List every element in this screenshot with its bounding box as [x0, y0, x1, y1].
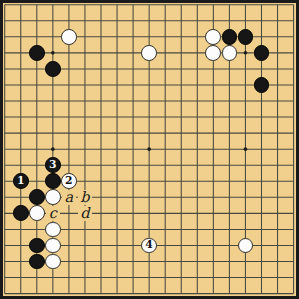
- point-label-text: b: [80, 190, 89, 205]
- point-label-text: d: [80, 206, 89, 221]
- white-stone: [45, 222, 61, 238]
- board-intersection: [221, 45, 237, 61]
- board-intersection: [29, 253, 45, 269]
- point-label-c: c: [46, 206, 61, 221]
- black-stone: [29, 189, 45, 205]
- board-intersection: 3: [45, 157, 61, 173]
- point-label-d: d: [78, 206, 93, 221]
- board-intersection: [29, 237, 45, 253]
- board-intersection: [205, 45, 221, 61]
- point-label-a: a: [62, 190, 77, 205]
- white-stone: [61, 29, 77, 45]
- move-number: 3: [49, 159, 57, 170]
- black-stone: [254, 77, 270, 93]
- board-intersection: [45, 173, 61, 189]
- white-stone: [29, 205, 45, 221]
- black-stone: [29, 238, 45, 254]
- black-stone: [45, 173, 61, 189]
- stone-move-4: 4: [141, 238, 157, 254]
- black-stone: [29, 45, 45, 61]
- move-number: 4: [145, 240, 153, 251]
- white-stone: [205, 29, 221, 45]
- board-intersection: [29, 45, 45, 61]
- board-cells: 3124abcd: [0, 0, 299, 299]
- move-number: 2: [65, 175, 73, 186]
- point-label-text: a: [65, 190, 74, 205]
- board-intersection: [29, 205, 45, 221]
- white-stone: [45, 238, 61, 254]
- white-stone: [222, 45, 238, 61]
- go-board: 3124abcd: [0, 0, 299, 299]
- board-intersection: b: [77, 189, 93, 205]
- white-stone: [45, 189, 61, 205]
- board-intersection: [205, 29, 221, 45]
- board-intersection: [45, 189, 61, 205]
- stone-move-1: 1: [13, 173, 29, 189]
- white-stone: [45, 254, 61, 270]
- white-stone: [238, 238, 254, 254]
- white-stone: [205, 45, 221, 61]
- board-intersection: [45, 61, 61, 77]
- black-stone: [29, 254, 45, 270]
- black-stone: [238, 29, 254, 45]
- board-intersection: [45, 253, 61, 269]
- black-stone: [222, 29, 238, 45]
- point-label-b: b: [78, 190, 93, 205]
- board-intersection: 1: [13, 173, 29, 189]
- board-intersection: d: [77, 205, 93, 221]
- board-intersection: [45, 221, 61, 237]
- move-number: 1: [17, 175, 25, 186]
- board-intersection: 4: [141, 237, 157, 253]
- board-intersection: [141, 45, 157, 61]
- point-label-text: c: [49, 206, 57, 221]
- board-intersection: a: [61, 189, 77, 205]
- white-stone: [141, 45, 157, 61]
- board-intersection: [29, 189, 45, 205]
- black-stone: [254, 45, 270, 61]
- board-intersection: [61, 29, 77, 45]
- board-intersection: 2: [61, 173, 77, 189]
- board-intersection: [221, 29, 237, 45]
- black-stone: [13, 205, 29, 221]
- stone-move-3: 3: [45, 157, 61, 173]
- board-intersection: [253, 45, 269, 61]
- stone-move-2: 2: [61, 173, 77, 189]
- board-intersection: [45, 237, 61, 253]
- board-intersection: [253, 77, 269, 93]
- board-intersection: [237, 237, 253, 253]
- board-intersection: [13, 205, 29, 221]
- board-intersection: [237, 29, 253, 45]
- black-stone: [45, 61, 61, 77]
- board-intersection: c: [45, 205, 61, 221]
